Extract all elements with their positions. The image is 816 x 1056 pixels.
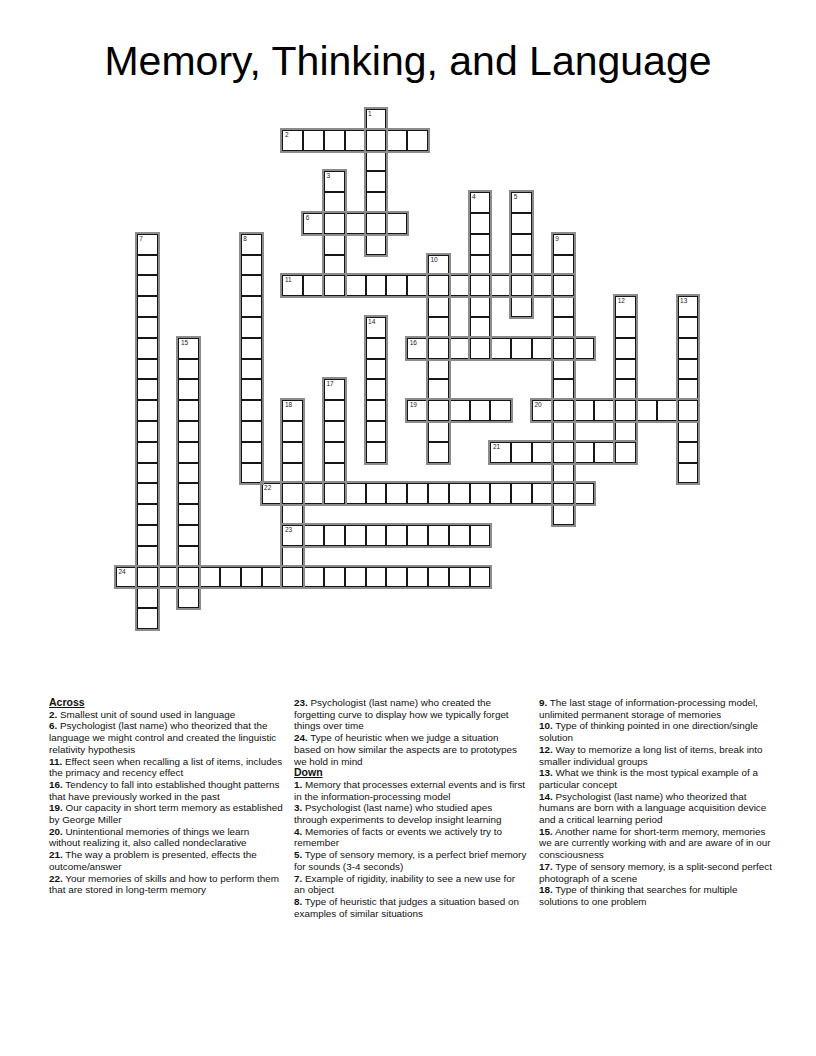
- grid-cell[interactable]: [366, 400, 387, 421]
- grid-cell[interactable]: [470, 317, 491, 338]
- grid-cell[interactable]: [574, 400, 595, 421]
- grid-cell[interactable]: [428, 379, 449, 400]
- grid-cell[interactable]: 19: [407, 400, 428, 421]
- grid-cell[interactable]: 12: [615, 296, 636, 317]
- grid-cell[interactable]: [678, 359, 699, 380]
- clue-item-12: 12. Way to memorize a long list of items…: [539, 744, 773, 767]
- clue-number: 11.: [49, 756, 62, 767]
- grid-cell[interactable]: [366, 130, 387, 151]
- grid-cell[interactable]: [678, 463, 699, 484]
- grid-cell[interactable]: [366, 275, 387, 296]
- grid-cell[interactable]: [303, 483, 324, 504]
- grid-cell[interactable]: [137, 608, 158, 629]
- cell-number: 22: [264, 484, 271, 492]
- grid-cell[interactable]: [366, 234, 387, 255]
- grid-cell[interactable]: [303, 130, 324, 151]
- grid-cell[interactable]: [511, 275, 532, 296]
- grid-cell[interactable]: [386, 213, 407, 234]
- grid-cell[interactable]: [428, 442, 449, 463]
- grid-cell[interactable]: [282, 442, 303, 463]
- clue-number: 16.: [49, 779, 63, 790]
- grid-cell[interactable]: [137, 546, 158, 567]
- grid-cell[interactable]: [553, 359, 574, 380]
- grid-cell[interactable]: [428, 317, 449, 338]
- clue-number: 20.: [49, 826, 63, 837]
- grid-cell[interactable]: [366, 421, 387, 442]
- grid-cell[interactable]: [428, 359, 449, 380]
- grid-cell[interactable]: [137, 587, 158, 608]
- grid-cell[interactable]: [324, 483, 345, 504]
- grid-cell[interactable]: [490, 275, 511, 296]
- grid-cell[interactable]: [511, 338, 532, 359]
- grid-cell[interactable]: [407, 525, 428, 546]
- grid-cell[interactable]: [428, 296, 449, 317]
- grid-cell[interactable]: 21: [490, 442, 511, 463]
- grid-cell[interactable]: [449, 400, 470, 421]
- grid-cell[interactable]: [553, 317, 574, 338]
- grid-cell[interactable]: [615, 421, 636, 442]
- grid-cell[interactable]: [178, 463, 199, 484]
- clue-item-20: 20. Unintentional memories of things we …: [49, 826, 283, 849]
- grid-cell[interactable]: [470, 255, 491, 276]
- clue-item-16: 16. Tendency to fall into established th…: [49, 779, 283, 802]
- grid-cell[interactable]: [324, 421, 345, 442]
- grid-cell[interactable]: [470, 234, 491, 255]
- cell-number: 4: [472, 193, 476, 201]
- grid-cell[interactable]: [511, 213, 532, 234]
- grid-cell[interactable]: [678, 421, 699, 442]
- grid-cell[interactable]: 4: [470, 192, 491, 213]
- grid-cell[interactable]: [158, 567, 179, 588]
- grid-cell[interactable]: [553, 255, 574, 276]
- grid-cell[interactable]: [241, 359, 262, 380]
- grid-cell[interactable]: [553, 421, 574, 442]
- grid-cell[interactable]: [594, 442, 615, 463]
- clue-number: 8.: [294, 896, 302, 907]
- grid-cell[interactable]: [407, 275, 428, 296]
- clue-number: 17.: [539, 861, 553, 872]
- clue-item-10: 10. Type of thinking pointed in one dire…: [539, 720, 773, 743]
- grid-cell[interactable]: [137, 463, 158, 484]
- grid-cell[interactable]: [386, 483, 407, 504]
- grid-cell[interactable]: [470, 213, 491, 234]
- grid-cell[interactable]: 18: [282, 400, 303, 421]
- grid-cell[interactable]: [366, 525, 387, 546]
- grid-cell[interactable]: [636, 400, 657, 421]
- clue-number: 10.: [539, 720, 553, 731]
- cell-number: 20: [535, 401, 542, 409]
- grid-cell[interactable]: [553, 463, 574, 484]
- grid-cell[interactable]: [137, 400, 158, 421]
- clue-item-18: 18. Type of thinking that searches for m…: [539, 884, 773, 907]
- cell-number: 17: [327, 380, 334, 388]
- grid-cell[interactable]: [386, 525, 407, 546]
- grid-cell[interactable]: [282, 567, 303, 588]
- grid-cell[interactable]: [511, 296, 532, 317]
- grid-cell[interactable]: 11: [282, 275, 303, 296]
- grid-cell[interactable]: [303, 567, 324, 588]
- clue-number: 22.: [49, 873, 63, 884]
- grid-cell[interactable]: [241, 317, 262, 338]
- grid-cell[interactable]: [137, 338, 158, 359]
- cell-number: 23: [285, 526, 292, 534]
- clue-item-21: 21. The way a problem is presented, effe…: [49, 849, 283, 872]
- clue-column-2: 23. Psychologist (last name) who created…: [294, 697, 528, 919]
- grid-cell[interactable]: 3: [324, 171, 345, 192]
- grid-cell[interactable]: [178, 587, 199, 608]
- clue-item-9: 9. The last stage of information-process…: [539, 697, 773, 720]
- clue-item-24: 24. Type of heuristic when we judge a si…: [294, 732, 528, 767]
- grid-cell[interactable]: [345, 213, 366, 234]
- grid-cell[interactable]: 8: [241, 234, 262, 255]
- grid-cell[interactable]: [241, 421, 262, 442]
- cell-number: 13: [680, 297, 687, 305]
- clue-number: 18.: [539, 884, 553, 895]
- grid-cell[interactable]: [366, 442, 387, 463]
- grid-cell[interactable]: [178, 421, 199, 442]
- grid-cell[interactable]: [553, 275, 574, 296]
- clue-number: 2.: [49, 709, 57, 720]
- clue-number: 5.: [294, 849, 302, 860]
- grid-cell[interactable]: [449, 483, 470, 504]
- cell-number: 1: [368, 110, 372, 118]
- clue-number: 4.: [294, 826, 302, 837]
- clue-number: 15.: [539, 826, 553, 837]
- clue-item-23: 23. Psychologist (last name) who created…: [294, 697, 528, 732]
- grid-cell[interactable]: 6: [303, 213, 324, 234]
- grid-cell[interactable]: [178, 483, 199, 504]
- grid-cell[interactable]: 10: [428, 255, 449, 276]
- cell-number: 18: [285, 401, 292, 409]
- grid-cell[interactable]: 17: [324, 379, 345, 400]
- grid-cell[interactable]: [241, 255, 262, 276]
- grid-cell[interactable]: [366, 338, 387, 359]
- grid-cell[interactable]: [428, 421, 449, 442]
- grid-cell[interactable]: [282, 546, 303, 567]
- grid-cell[interactable]: [324, 130, 345, 151]
- page-title: Memory, Thinking, and Language: [0, 41, 816, 82]
- grid-cell[interactable]: [470, 525, 491, 546]
- grid-cell[interactable]: [470, 296, 491, 317]
- grid-cell[interactable]: [490, 338, 511, 359]
- grid-cell[interactable]: [137, 442, 158, 463]
- clue-header-down: Down: [294, 767, 528, 779]
- clue-item-14: 14. Psychologist (last name) who theoriz…: [539, 791, 773, 826]
- clue-item-19: 19. Our capacity in short term memory as…: [49, 802, 283, 825]
- grid-cell[interactable]: [345, 275, 366, 296]
- cell-number: 10: [431, 256, 438, 264]
- grid-cell[interactable]: [178, 400, 199, 421]
- clue-item-13: 13. What we think is the most typical ex…: [539, 767, 773, 790]
- grid-cell[interactable]: [282, 483, 303, 504]
- grid-cell[interactable]: [324, 192, 345, 213]
- grid-cell[interactable]: [386, 275, 407, 296]
- grid-cell[interactable]: [470, 567, 491, 588]
- grid-cell[interactable]: [178, 379, 199, 400]
- grid-cell[interactable]: [324, 463, 345, 484]
- clue-number: 13.: [539, 767, 553, 778]
- grid-cell[interactable]: [490, 483, 511, 504]
- grid-cell[interactable]: [241, 463, 262, 484]
- clue-number: 23.: [294, 697, 308, 708]
- clues-section: Across2. Smallest unit of sound used in …: [49, 697, 773, 919]
- grid-cell[interactable]: [553, 338, 574, 359]
- clue-item-17: 17. Type of sensory memory, is a split-s…: [539, 861, 773, 884]
- grid-cell[interactable]: [553, 442, 574, 463]
- grid-cell[interactable]: [511, 255, 532, 276]
- grid-cell[interactable]: [511, 483, 532, 504]
- grid-cell[interactable]: [178, 567, 199, 588]
- cell-number: 3: [327, 172, 331, 180]
- grid-cell[interactable]: [324, 400, 345, 421]
- grid-cell[interactable]: [449, 275, 470, 296]
- grid-cell[interactable]: [553, 296, 574, 317]
- grid-cell[interactable]: [137, 525, 158, 546]
- grid-cell[interactable]: 5: [511, 192, 532, 213]
- grid-cell[interactable]: [241, 442, 262, 463]
- grid-cell[interactable]: [137, 567, 158, 588]
- clue-item-2: 2. Smallest unit of sound used in langua…: [49, 709, 283, 721]
- grid-cell[interactable]: [324, 442, 345, 463]
- grid-cell[interactable]: [553, 504, 574, 525]
- grid-cell[interactable]: [574, 442, 595, 463]
- grid-cell[interactable]: 1: [366, 109, 387, 130]
- cell-number: 2: [285, 131, 289, 139]
- clue-item-3: 3. Psychologist (last name) who studied …: [294, 802, 528, 825]
- grid-cell[interactable]: [324, 234, 345, 255]
- grid-cell[interactable]: [407, 567, 428, 588]
- grid-cell[interactable]: 13: [678, 296, 699, 317]
- grid-cell[interactable]: [366, 379, 387, 400]
- grid-cell[interactable]: [470, 483, 491, 504]
- grid-cell[interactable]: [137, 359, 158, 380]
- grid-cell[interactable]: [470, 338, 491, 359]
- grid-cell[interactable]: [678, 379, 699, 400]
- grid-cell[interactable]: [366, 567, 387, 588]
- grid-cell[interactable]: [657, 400, 678, 421]
- grid-cell[interactable]: [470, 275, 491, 296]
- grid-cell[interactable]: [241, 275, 262, 296]
- grid-cell[interactable]: 16: [407, 338, 428, 359]
- grid-cell[interactable]: [615, 442, 636, 463]
- grid-cell[interactable]: [449, 338, 470, 359]
- grid-cell[interactable]: [241, 400, 262, 421]
- grid-cell[interactable]: [615, 400, 636, 421]
- grid-cell[interactable]: [428, 525, 449, 546]
- grid-cell[interactable]: [345, 525, 366, 546]
- grid-cell[interactable]: [428, 400, 449, 421]
- grid-cell[interactable]: [366, 483, 387, 504]
- clue-number: 7.: [294, 873, 302, 884]
- grid-cell[interactable]: [303, 275, 324, 296]
- grid-cell[interactable]: [178, 525, 199, 546]
- grid-cell[interactable]: [137, 275, 158, 296]
- grid-cell[interactable]: [428, 567, 449, 588]
- grid-cell[interactable]: [449, 567, 470, 588]
- grid-cell[interactable]: 22: [262, 483, 283, 504]
- grid-cell[interactable]: [366, 213, 387, 234]
- clue-header-across: Across: [49, 697, 283, 709]
- cell-number: 7: [139, 235, 143, 243]
- grid-cell[interactable]: [303, 525, 324, 546]
- cell-number: 9: [555, 235, 559, 243]
- clue-column-1: Across2. Smallest unit of sound used in …: [49, 697, 283, 919]
- clue-number: 6.: [49, 720, 57, 731]
- clue-number: 19.: [49, 802, 63, 813]
- grid-cell[interactable]: [324, 213, 345, 234]
- grid-cell[interactable]: [282, 504, 303, 525]
- grid-cell[interactable]: [532, 442, 553, 463]
- grid-cell[interactable]: [137, 317, 158, 338]
- clue-item-4: 4. Memories of facts or events we active…: [294, 826, 528, 849]
- grid-cell[interactable]: [532, 338, 553, 359]
- grid-cell[interactable]: [615, 338, 636, 359]
- grid-cell[interactable]: [366, 359, 387, 380]
- grid-cell[interactable]: [324, 255, 345, 276]
- cell-number: 15: [181, 339, 188, 347]
- grid-cell[interactable]: [262, 567, 283, 588]
- grid-cell[interactable]: [678, 442, 699, 463]
- cell-number: 24: [119, 568, 126, 576]
- grid-cell[interactable]: [137, 421, 158, 442]
- grid-cell[interactable]: [241, 296, 262, 317]
- grid-cell[interactable]: [678, 317, 699, 338]
- grid-cell[interactable]: 23: [282, 525, 303, 546]
- grid-cell[interactable]: [366, 151, 387, 172]
- grid-cell[interactable]: [366, 192, 387, 213]
- grid-cell[interactable]: [366, 171, 387, 192]
- cell-number: 8: [243, 235, 247, 243]
- clue-number: 1.: [294, 779, 302, 790]
- grid-cell[interactable]: [678, 338, 699, 359]
- grid-cell[interactable]: [615, 317, 636, 338]
- grid-cell[interactable]: 20: [532, 400, 553, 421]
- clue-column-3: 9. The last stage of information-process…: [539, 697, 773, 919]
- clue-item-8: 8. Type of heuristic that judges a situa…: [294, 896, 528, 919]
- grid-cell[interactable]: [282, 463, 303, 484]
- worksheet-page: Memory, Thinking, and Language 123456789…: [0, 0, 816, 1056]
- grid-cell[interactable]: [594, 400, 615, 421]
- grid-cell[interactable]: [532, 275, 553, 296]
- grid-cell[interactable]: [178, 359, 199, 380]
- grid-cell[interactable]: [178, 442, 199, 463]
- clue-item-11: 11. Effect seen when recalling a list of…: [49, 756, 283, 779]
- cell-number: 14: [368, 318, 375, 326]
- grid-cell[interactable]: [615, 379, 636, 400]
- cell-number: 5: [514, 193, 518, 201]
- grid-cell[interactable]: [137, 379, 158, 400]
- grid-cell[interactable]: [220, 567, 241, 588]
- grid-cell[interactable]: [241, 567, 262, 588]
- clue-number: 21.: [49, 849, 63, 860]
- grid-cell[interactable]: 9: [553, 234, 574, 255]
- cell-number: 6: [306, 214, 310, 222]
- grid-cell[interactable]: [241, 338, 262, 359]
- clue-item-15: 15. Another name for short-term memory, …: [539, 826, 773, 861]
- grid-cell[interactable]: [137, 255, 158, 276]
- grid-cell[interactable]: [345, 483, 366, 504]
- grid-cell[interactable]: [428, 483, 449, 504]
- grid-cell[interactable]: 15: [178, 338, 199, 359]
- grid-cell[interactable]: [574, 338, 595, 359]
- grid-cell[interactable]: [345, 130, 366, 151]
- clue-number: 12.: [539, 744, 553, 755]
- cell-number: 11: [285, 276, 292, 284]
- grid-cell[interactable]: [470, 400, 491, 421]
- crossword-grid: 123456789101112131415161718231920212224: [116, 109, 699, 629]
- grid-cell[interactable]: [449, 525, 470, 546]
- clue-item-7: 7. Example of rigidity, inability to see…: [294, 873, 528, 896]
- cell-number: 16: [410, 339, 417, 347]
- grid-cell[interactable]: [490, 400, 511, 421]
- grid-cell[interactable]: [553, 483, 574, 504]
- grid-cell[interactable]: [282, 421, 303, 442]
- grid-cell[interactable]: 7: [137, 234, 158, 255]
- cell-number: 12: [618, 297, 625, 305]
- grid-cell[interactable]: [137, 483, 158, 504]
- grid-cell[interactable]: [511, 442, 532, 463]
- grid-cell[interactable]: [178, 546, 199, 567]
- grid-cell[interactable]: [137, 504, 158, 525]
- grid-cell[interactable]: [428, 338, 449, 359]
- grid-cell[interactable]: [386, 130, 407, 151]
- grid-cell[interactable]: [199, 567, 220, 588]
- grid-cell[interactable]: [615, 359, 636, 380]
- grid-cell[interactable]: [574, 483, 595, 504]
- cell-number: 19: [410, 401, 417, 409]
- grid-cell[interactable]: [553, 400, 574, 421]
- clue-number: 9.: [539, 697, 547, 708]
- grid-cell[interactable]: [324, 567, 345, 588]
- clue-number: 3.: [294, 802, 302, 813]
- grid-cell[interactable]: [407, 130, 428, 151]
- grid-cell[interactable]: [511, 234, 532, 255]
- grid-cell[interactable]: [386, 567, 407, 588]
- grid-cell[interactable]: [553, 379, 574, 400]
- cell-number: 21: [493, 443, 500, 451]
- grid-cell[interactable]: [678, 400, 699, 421]
- clue-number: 24.: [294, 732, 308, 743]
- grid-cell[interactable]: 14: [366, 317, 387, 338]
- clue-item-5: 5. Type of sensory memory, is a perfect …: [294, 849, 528, 872]
- grid-cell[interactable]: [345, 567, 366, 588]
- grid-cell[interactable]: [407, 483, 428, 504]
- grid-cell[interactable]: [137, 296, 158, 317]
- grid-cell[interactable]: [428, 275, 449, 296]
- grid-cell[interactable]: [532, 483, 553, 504]
- clue-number: 14.: [539, 791, 553, 802]
- clue-item-1: 1. Memory that processes external events…: [294, 779, 528, 802]
- grid-cell[interactable]: [324, 525, 345, 546]
- grid-cell[interactable]: 24: [116, 567, 137, 588]
- clue-item-6: 6. Psychologist (last name) who theorize…: [49, 720, 283, 755]
- grid-cell[interactable]: 2: [282, 130, 303, 151]
- grid-cell[interactable]: [241, 379, 262, 400]
- grid-cell[interactable]: [178, 504, 199, 525]
- clue-item-22: 22. Your memories of skills and how to p…: [49, 873, 283, 896]
- grid-cell[interactable]: [324, 275, 345, 296]
